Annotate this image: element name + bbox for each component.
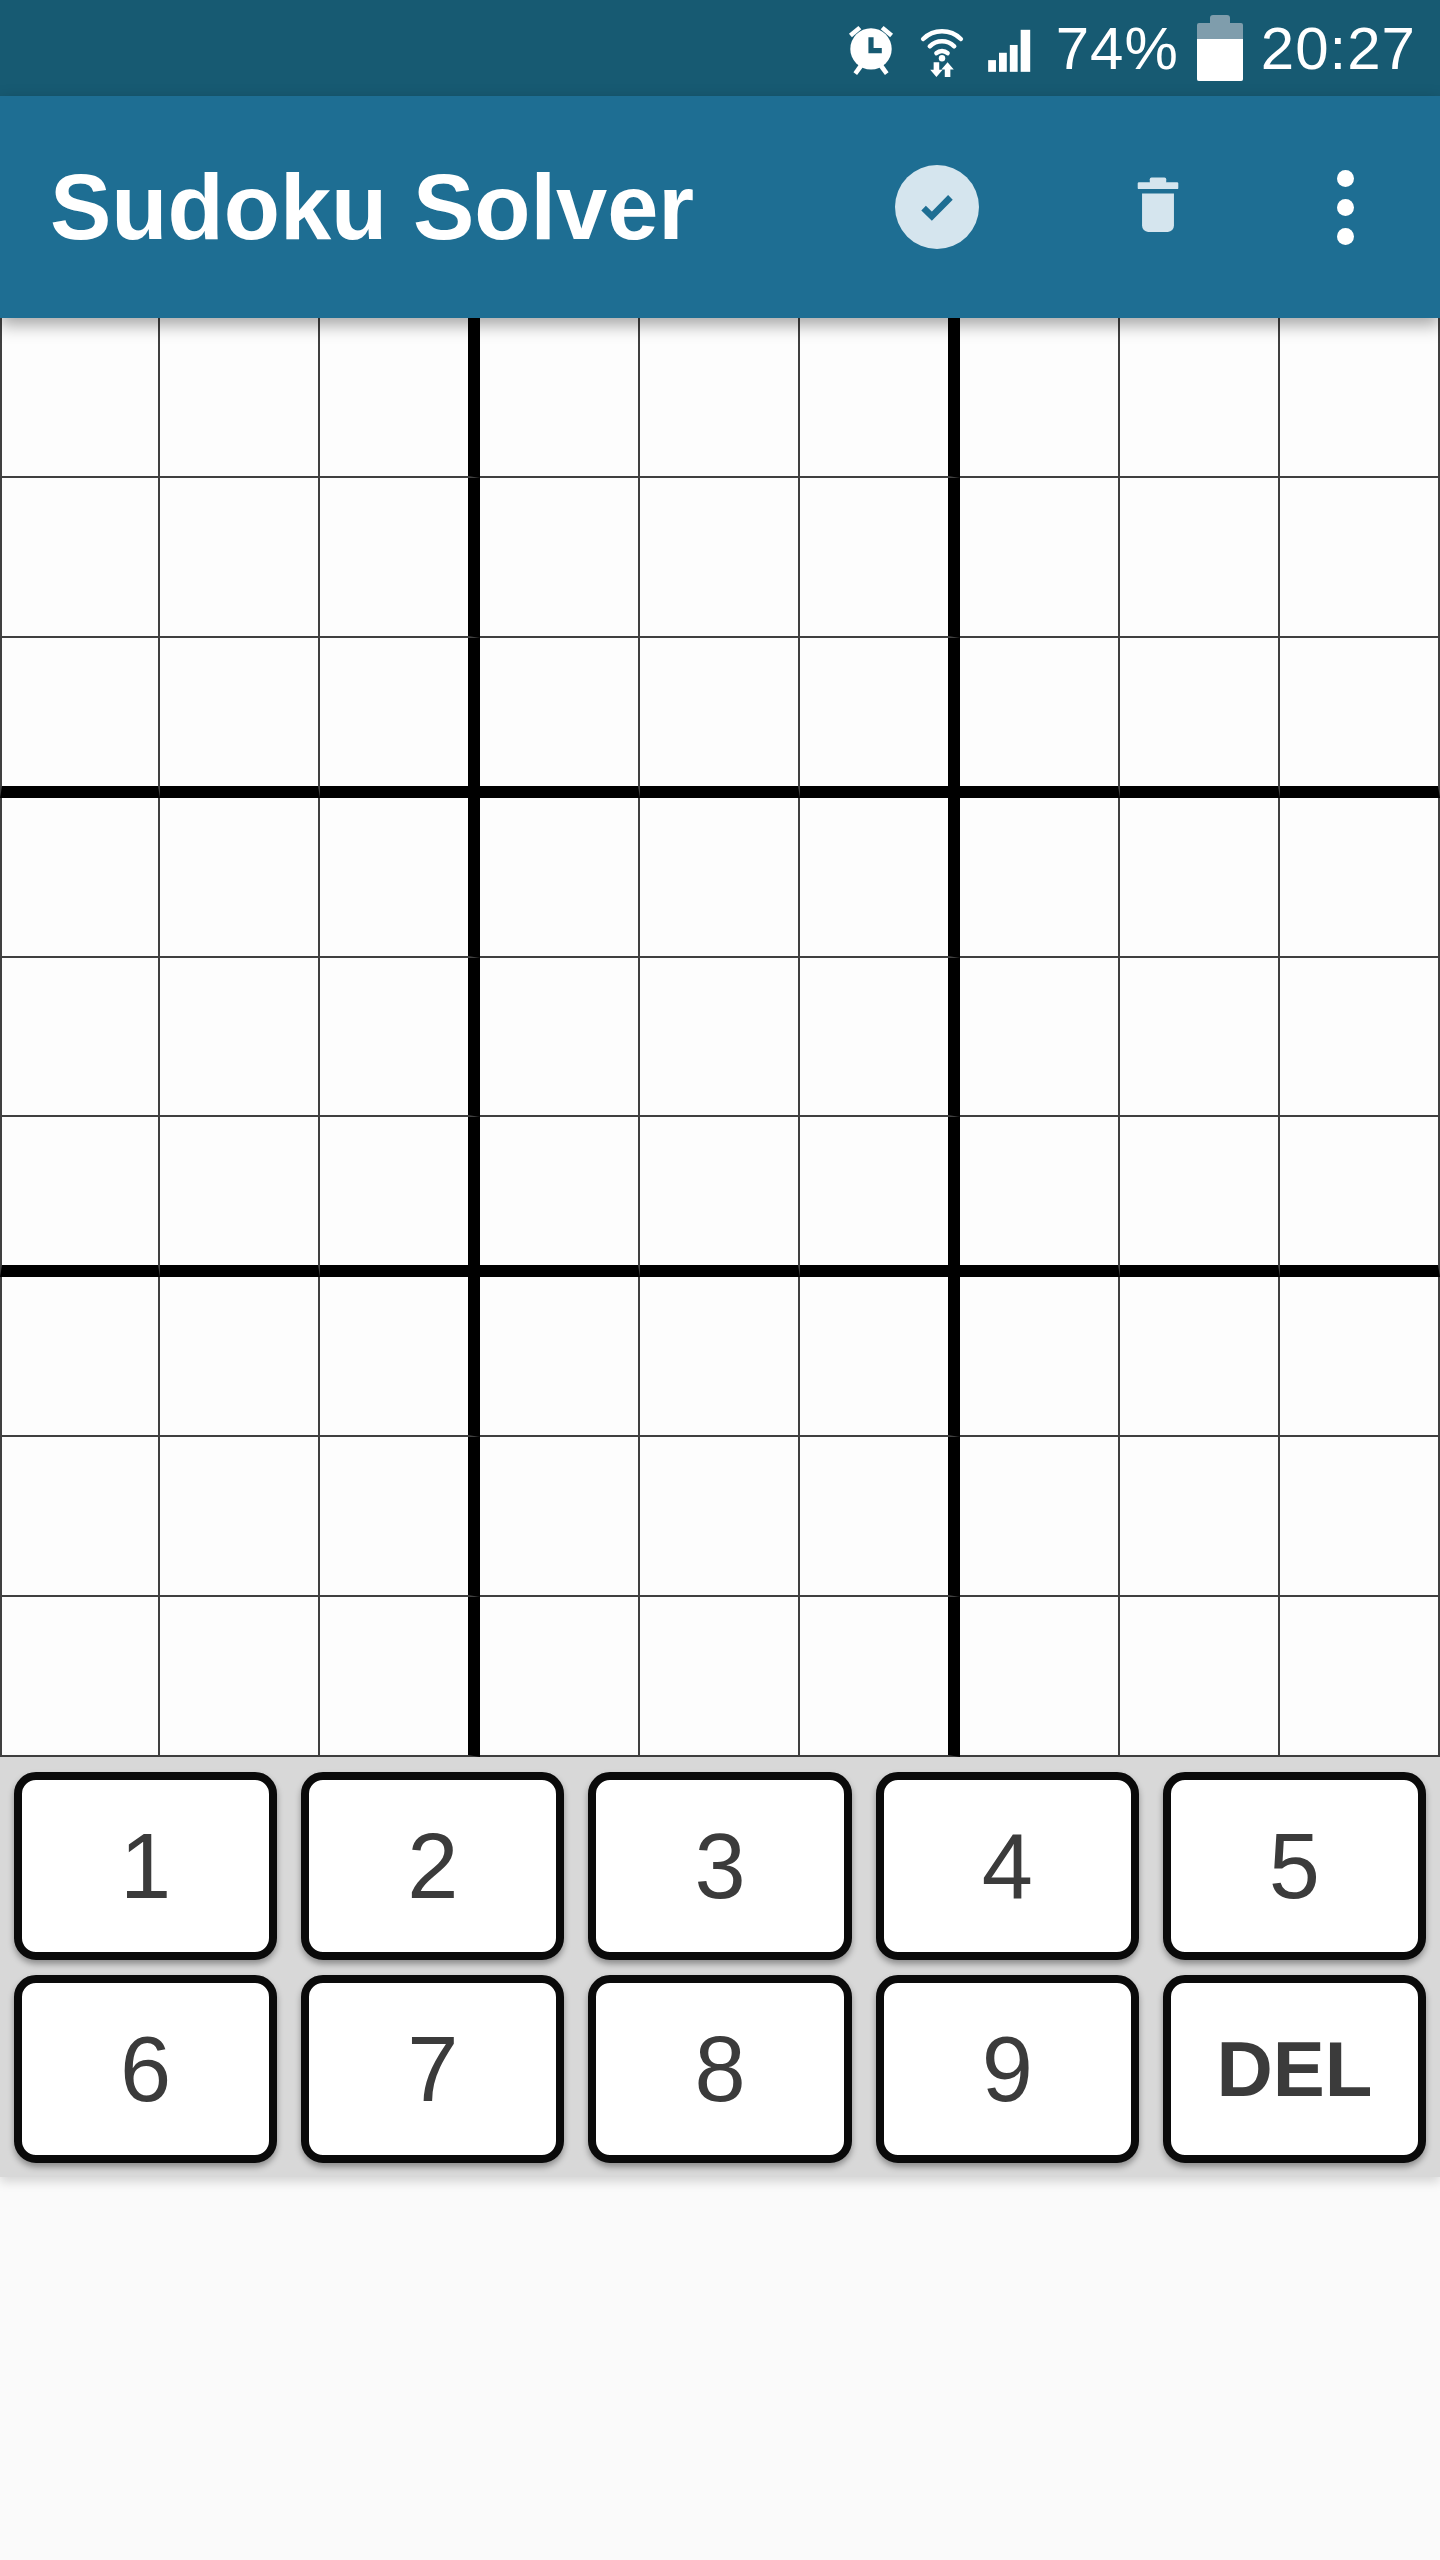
grid-cell[interactable] <box>1280 1117 1440 1277</box>
grid-cell[interactable] <box>1280 638 1440 798</box>
grid-cell[interactable] <box>0 1117 160 1277</box>
alarm-icon <box>844 21 898 75</box>
grid-cell[interactable] <box>0 798 160 958</box>
grid-cell[interactable] <box>800 638 960 798</box>
grid-cell[interactable] <box>0 318 160 478</box>
keypad-button-2[interactable]: 2 <box>301 1772 564 1960</box>
grid-cell[interactable] <box>640 1437 800 1597</box>
grid-cell[interactable] <box>480 958 640 1118</box>
grid-cell[interactable] <box>1120 798 1280 958</box>
lower-empty-area <box>0 2177 1440 2560</box>
keypad: 123456789DEL <box>0 1757 1440 2177</box>
grid-cell[interactable] <box>1280 958 1440 1118</box>
grid-cell[interactable] <box>960 798 1120 958</box>
grid-cell[interactable] <box>160 1277 320 1437</box>
grid-cell[interactable] <box>0 1437 160 1597</box>
grid-cell[interactable] <box>800 1277 960 1437</box>
grid-cell[interactable] <box>0 1597 160 1757</box>
keypad-button-4[interactable]: 4 <box>876 1772 1139 1960</box>
app-bar: Sudoku Solver <box>0 96 1440 318</box>
grid-cell[interactable] <box>0 478 160 638</box>
grid-cell[interactable] <box>0 958 160 1118</box>
grid-cell[interactable] <box>1280 318 1440 478</box>
grid-cell[interactable] <box>1280 798 1440 958</box>
grid-cell[interactable] <box>160 958 320 1118</box>
grid-cell[interactable] <box>640 958 800 1118</box>
keypad-button-5[interactable]: 5 <box>1163 1772 1426 1960</box>
grid-cell[interactable] <box>800 1437 960 1597</box>
grid-cell[interactable] <box>480 1437 640 1597</box>
keypad-button-7[interactable]: 7 <box>301 1975 564 2163</box>
grid-cell[interactable] <box>320 318 480 478</box>
grid-cell[interactable] <box>1120 958 1280 1118</box>
grid-cell[interactable] <box>160 638 320 798</box>
keypad-button-1[interactable]: 1 <box>14 1772 277 1960</box>
grid-cell[interactable] <box>1280 1277 1440 1437</box>
grid-cell[interactable] <box>960 318 1120 478</box>
grid-cell[interactable] <box>160 798 320 958</box>
grid-cell[interactable] <box>1120 1277 1280 1437</box>
grid-cell[interactable] <box>640 1597 800 1757</box>
grid-cell[interactable] <box>160 1597 320 1757</box>
grid-cell[interactable] <box>480 478 640 638</box>
grid-cell[interactable] <box>1120 1597 1280 1757</box>
grid-cell[interactable] <box>800 798 960 958</box>
grid-cell[interactable] <box>0 638 160 798</box>
grid-cell[interactable] <box>320 1597 480 1757</box>
signal-strength-icon <box>986 22 1038 74</box>
grid-cell[interactable] <box>640 798 800 958</box>
grid-cell[interactable] <box>320 958 480 1118</box>
grid-cell[interactable] <box>320 1437 480 1597</box>
grid-cell[interactable] <box>1120 638 1280 798</box>
grid-cell[interactable] <box>480 638 640 798</box>
grid-cell[interactable] <box>1280 478 1440 638</box>
grid-cell[interactable] <box>160 478 320 638</box>
grid-cell[interactable] <box>960 1277 1120 1437</box>
grid-cell[interactable] <box>1120 1437 1280 1597</box>
clock: 20:27 <box>1261 14 1416 83</box>
grid-cell[interactable] <box>480 798 640 958</box>
grid-cell[interactable] <box>960 958 1120 1118</box>
grid-cell[interactable] <box>960 478 1120 638</box>
grid-cell[interactable] <box>800 958 960 1118</box>
app-bar-actions <box>895 165 1354 249</box>
keypad-button-del[interactable]: DEL <box>1163 1975 1426 2163</box>
grid-cell[interactable] <box>960 1597 1120 1757</box>
menu-dot <box>1337 199 1354 216</box>
grid-cell[interactable] <box>160 318 320 478</box>
wifi-data-icon <box>916 18 968 78</box>
menu-dot <box>1337 228 1354 245</box>
grid-cell[interactable] <box>800 1117 960 1277</box>
sudoku-grid <box>0 318 1440 1757</box>
grid-cell[interactable] <box>640 1277 800 1437</box>
check-circle-icon <box>914 184 960 230</box>
grid-cell[interactable] <box>160 1117 320 1277</box>
grid-cell[interactable] <box>640 478 800 638</box>
grid-cell[interactable] <box>320 478 480 638</box>
grid-cell[interactable] <box>1280 1597 1440 1757</box>
battery-icon <box>1197 15 1243 81</box>
grid-cell[interactable] <box>960 1437 1120 1597</box>
battery-percent: 74% <box>1056 14 1179 83</box>
keypad-row: 6789DEL <box>14 1975 1426 2163</box>
grid-cell[interactable] <box>1280 1437 1440 1597</box>
solve-button[interactable] <box>895 165 979 249</box>
app-screen: 74% 20:27 Sudoku Solver <box>0 0 1440 2560</box>
grid-cell[interactable] <box>480 318 640 478</box>
grid-cell[interactable] <box>320 1117 480 1277</box>
grid-cell[interactable] <box>1120 1117 1280 1277</box>
grid-cell[interactable] <box>1120 318 1280 478</box>
grid-cell[interactable] <box>320 798 480 958</box>
page-title: Sudoku Solver <box>50 155 895 260</box>
grid-cell[interactable] <box>480 1117 640 1277</box>
grid-cell[interactable] <box>800 1597 960 1757</box>
grid-cell[interactable] <box>480 1277 640 1437</box>
grid-cell[interactable] <box>160 1437 320 1597</box>
grid-cell[interactable] <box>320 638 480 798</box>
trash-icon[interactable] <box>1129 167 1187 247</box>
grid-cell[interactable] <box>640 318 800 478</box>
grid-cell[interactable] <box>640 1117 800 1277</box>
keypad-button-3[interactable]: 3 <box>588 1772 851 1960</box>
grid-cell[interactable] <box>480 1597 640 1757</box>
grid-cell[interactable] <box>960 638 1120 798</box>
keypad-button-9[interactable]: 9 <box>876 1975 1139 2163</box>
keypad-button-6[interactable]: 6 <box>14 1975 277 2163</box>
grid-cell[interactable] <box>1120 478 1280 638</box>
overflow-menu-button[interactable] <box>1337 170 1354 245</box>
keypad-button-8[interactable]: 8 <box>588 1975 851 2163</box>
grid-cell[interactable] <box>800 318 960 478</box>
keypad-row: 12345 <box>14 1772 1426 1960</box>
grid-cell[interactable] <box>640 638 800 798</box>
grid-cell[interactable] <box>0 1277 160 1437</box>
grid-cell[interactable] <box>800 478 960 638</box>
grid-cell[interactable] <box>320 1277 480 1437</box>
menu-dot <box>1337 170 1354 187</box>
status-bar: 74% 20:27 <box>0 0 1440 96</box>
grid-cell[interactable] <box>960 1117 1120 1277</box>
